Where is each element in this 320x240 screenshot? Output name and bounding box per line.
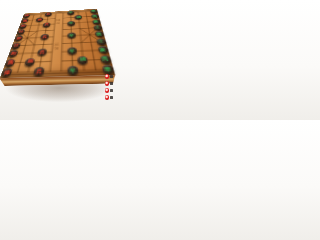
piece-red-advisor[interactable]: 仕 [16,29,25,35]
watermark-text-mark [110,75,113,79]
pieces-layer: 車馬象士將士象馬車砲砲卒卒卒卒卒兵兵兵兵兵炮炮俥傌相仕帥仕相傌俥 [0,9,115,79]
piece-green-chariot[interactable]: 車 [90,9,98,13]
piece-red-general[interactable]: 帥 [14,36,24,42]
piece-red-soldier[interactable]: 兵 [33,67,45,76]
piece-red-soldier[interactable]: 兵 [37,49,47,56]
piece-green-horse[interactable]: 馬 [91,14,100,19]
piece-green-horse[interactable]: 馬 [99,55,111,64]
piece-red-advisor[interactable]: 仕 [11,42,21,49]
piece-red-horse[interactable]: 傌 [4,59,16,67]
piece-green-soldier[interactable]: 卒 [67,21,75,26]
piece-red-chariot[interactable]: 俥 [0,68,13,77]
piece-green-soldier[interactable]: 卒 [67,33,76,39]
piece-green-elephant[interactable]: 象 [97,46,108,54]
piece-red-cannon[interactable]: 炮 [25,58,36,66]
xiangqi-board: 楚河 漢界 車馬象士將士象馬車砲砲卒卒卒卒卒兵兵兵兵兵炮炮俥傌相仕帥仕相傌俥 [4,16,113,85]
piece-red-chariot[interactable]: 俥 [23,14,31,18]
piece-red-elephant[interactable]: 相 [19,24,28,29]
watermark-dot-icon [105,95,110,100]
piece-green-cannon[interactable]: 砲 [78,56,89,64]
watermark-dot-icon [105,88,110,93]
watermark-dot-icon [105,74,110,79]
piece-red-horse[interactable]: 傌 [21,18,29,23]
piece-green-elephant[interactable]: 象 [92,19,101,24]
piece-green-advisor[interactable]: 士 [96,38,107,45]
piece-green-general[interactable]: 將 [94,31,104,37]
piece-green-cannon[interactable]: 砲 [75,15,83,20]
watermark-text-mark [110,89,113,93]
piece-green-soldier[interactable]: 卒 [67,48,77,56]
piece-red-soldier[interactable]: 兵 [45,12,52,16]
piece-red-soldier[interactable]: 兵 [40,34,49,40]
piece-green-soldier[interactable]: 卒 [67,11,74,15]
piece-green-soldier[interactable]: 卒 [67,66,78,75]
watermark-text-mark [110,96,113,100]
watermark [105,74,114,100]
watermark-row [105,95,114,100]
photo-scene: 楚河 漢界 車馬象士將士象馬車砲砲卒卒卒卒卒兵兵兵兵兵炮炮俥傌相仕帥仕相傌俥 [0,0,120,120]
watermark-text-mark [110,82,113,86]
watermark-dot-icon [105,81,110,86]
board-surface: 楚河 漢界 車馬象士將士象馬車砲砲卒卒卒卒卒兵兵兵兵兵炮炮俥傌相仕帥仕相傌俥 [0,9,115,79]
watermark-row [105,81,114,86]
watermark-row [105,88,114,93]
watermark-row [105,74,114,79]
piece-green-advisor[interactable]: 士 [93,25,102,31]
piece-red-cannon[interactable]: 炮 [36,17,44,22]
piece-red-soldier[interactable]: 兵 [43,22,51,27]
piece-red-elephant[interactable]: 相 [8,50,19,57]
